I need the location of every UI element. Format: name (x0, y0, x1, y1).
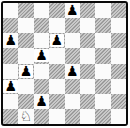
square-f5[interactable] (80, 48, 95, 63)
square-f7[interactable] (80, 18, 95, 33)
square-d5[interactable] (49, 48, 64, 63)
square-a6[interactable]: ♟ (3, 33, 18, 48)
square-f1[interactable] (80, 109, 95, 124)
square-f4[interactable] (80, 64, 95, 79)
square-b2[interactable] (18, 94, 33, 109)
square-g8[interactable] (95, 3, 110, 18)
square-d7[interactable] (49, 18, 64, 33)
square-g6[interactable] (95, 33, 110, 48)
square-g1[interactable] (95, 109, 110, 124)
chess-board: ♟♟♟♟♟♟♟♟♘ (3, 3, 126, 124)
square-a2[interactable] (3, 94, 18, 109)
black-pawn-a3[interactable]: ♟ (3, 80, 18, 93)
square-a4[interactable] (3, 64, 18, 79)
square-e3[interactable] (65, 79, 80, 94)
square-d3[interactable] (49, 79, 64, 94)
square-f2[interactable] (80, 94, 95, 109)
square-b5[interactable] (18, 48, 33, 63)
square-h3[interactable] (111, 79, 126, 94)
square-h4[interactable] (111, 64, 126, 79)
square-b1[interactable]: ♘ (18, 109, 33, 124)
square-c2[interactable]: ♟ (34, 94, 49, 109)
black-pawn-e8[interactable]: ♟ (66, 4, 79, 17)
black-pawn-a6[interactable]: ♟ (4, 34, 17, 47)
square-h1[interactable] (111, 109, 126, 124)
square-b8[interactable] (18, 3, 33, 18)
square-c1[interactable] (34, 109, 49, 124)
square-a5[interactable] (3, 48, 18, 63)
square-d6[interactable]: ♟ (49, 33, 64, 48)
square-c8[interactable] (34, 3, 49, 18)
square-d8[interactable] (49, 3, 64, 18)
square-e2[interactable] (65, 94, 80, 109)
board-frame: ♟♟♟♟♟♟♟♟♘ (1, 1, 128, 126)
black-pawn-e4[interactable]: ♟ (66, 65, 79, 78)
square-h7[interactable] (111, 18, 126, 33)
square-c4[interactable] (34, 64, 49, 79)
square-a3[interactable]: ♟ (3, 79, 18, 94)
square-a1[interactable] (3, 109, 18, 124)
square-b4[interactable]: ♟ (18, 64, 33, 79)
square-h8[interactable] (111, 3, 126, 18)
square-f8[interactable] (80, 3, 95, 18)
square-g4[interactable] (95, 64, 110, 79)
square-b3[interactable] (18, 79, 33, 94)
square-c7[interactable] (34, 18, 49, 33)
white-knight-b1[interactable]: ♘ (20, 110, 33, 123)
square-e1[interactable] (65, 109, 80, 124)
square-g5[interactable] (95, 48, 110, 63)
square-b6[interactable] (18, 33, 33, 48)
square-h5[interactable] (111, 48, 126, 63)
square-b7[interactable] (18, 18, 33, 33)
square-e5[interactable] (65, 48, 80, 63)
square-g7[interactable] (95, 18, 110, 33)
square-c3[interactable] (34, 79, 49, 94)
black-pawn-c5[interactable]: ♟ (34, 49, 49, 62)
square-g3[interactable] (95, 79, 110, 94)
square-f6[interactable] (80, 33, 95, 48)
square-d4[interactable] (49, 64, 64, 79)
square-h2[interactable] (111, 94, 126, 109)
square-f3[interactable] (80, 79, 95, 94)
square-c6[interactable] (34, 33, 49, 48)
square-e6[interactable] (65, 33, 80, 48)
square-h6[interactable] (111, 33, 126, 48)
chess-diagram: ♟♟♟♟♟♟♟♟♘ (0, 0, 130, 128)
square-a8[interactable] (3, 3, 18, 18)
square-g2[interactable] (95, 94, 110, 109)
black-pawn-d6[interactable]: ♟ (50, 34, 65, 47)
square-e8[interactable]: ♟ (65, 3, 80, 18)
square-d2[interactable] (49, 94, 64, 109)
square-a7[interactable] (3, 18, 18, 33)
square-e7[interactable] (65, 18, 80, 33)
square-c5[interactable]: ♟ (34, 48, 49, 63)
black-pawn-b4[interactable]: ♟ (19, 65, 34, 78)
square-e4[interactable]: ♟ (65, 64, 80, 79)
black-pawn-c2[interactable]: ♟ (35, 95, 48, 108)
square-d1[interactable] (49, 109, 64, 124)
